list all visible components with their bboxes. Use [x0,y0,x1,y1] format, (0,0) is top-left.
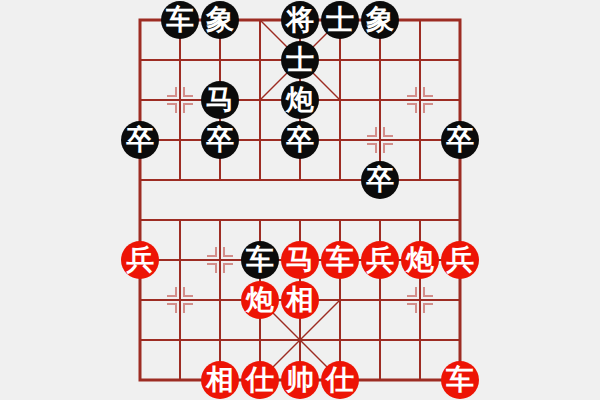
piece-red-general[interactable]: 帅 [281,361,319,399]
piece-red-cannon[interactable]: 炮 [241,281,279,319]
piece-red-advisor[interactable]: 仕 [241,361,279,399]
piece-red-cannon[interactable]: 炮 [401,241,439,279]
piece-black-cannon[interactable]: 炮 [281,81,319,119]
piece-red-elephant[interactable]: 相 [201,361,239,399]
piece-red-soldier[interactable]: 兵 [441,241,479,279]
piece-black-soldier[interactable]: 卒 [281,121,319,159]
piece-black-chariot[interactable]: 车 [241,241,279,279]
piece-black-advisor[interactable]: 士 [321,1,359,39]
piece-red-elephant[interactable]: 相 [281,281,319,319]
piece-black-soldier[interactable]: 卒 [121,121,159,159]
piece-red-soldier[interactable]: 兵 [361,241,399,279]
piece-red-soldier[interactable]: 兵 [121,241,159,279]
piece-black-soldier[interactable]: 卒 [441,121,479,159]
piece-red-chariot[interactable]: 车 [441,361,479,399]
xiangqi-board: 车象将士象士马炮卒卒卒卒卒兵车马车兵炮兵炮相相仕帅仕车 [0,0,600,400]
piece-red-chariot[interactable]: 车 [321,241,359,279]
piece-black-chariot[interactable]: 车 [161,1,199,39]
piece-black-soldier[interactable]: 卒 [201,121,239,159]
piece-black-soldier[interactable]: 卒 [361,161,399,199]
piece-red-horse[interactable]: 马 [281,241,319,279]
piece-black-horse[interactable]: 马 [201,81,239,119]
piece-black-general[interactable]: 将 [281,1,319,39]
piece-black-elephant[interactable]: 象 [201,1,239,39]
piece-red-advisor[interactable]: 仕 [321,361,359,399]
piece-black-elephant[interactable]: 象 [361,1,399,39]
pieces-layer[interactable]: 车象将士象士马炮卒卒卒卒卒兵车马车兵炮兵炮相相仕帅仕车 [120,0,480,400]
piece-black-advisor[interactable]: 士 [281,41,319,79]
